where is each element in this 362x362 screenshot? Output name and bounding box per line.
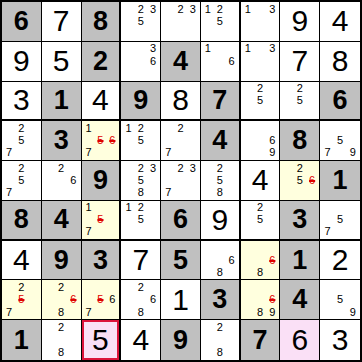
solved-digit: 4 (13, 245, 30, 275)
candidate-grid: 25 (281, 83, 318, 119)
candidate-mark: 5 (214, 174, 226, 186)
candidate-grid: 125 (202, 3, 238, 40)
candidate-mark: 7 (3, 187, 15, 199)
candidate-mark: 3 (187, 3, 199, 15)
empty-candidate-slot (202, 187, 214, 199)
sudoku-cell-r8c3[interactable]: 567 (82, 280, 122, 320)
sudoku-cell-r3c3[interactable]: 4 (82, 82, 122, 122)
empty-candidate-slot (214, 242, 226, 254)
sudoku-cell-r1c4[interactable]: 235 (121, 2, 161, 42)
candidate-mark: 5 (334, 214, 347, 226)
given-digit: 2 (93, 48, 108, 75)
candidate-mark: 5 (135, 135, 147, 147)
sudoku-cell-r8c9[interactable]: 59 (320, 280, 360, 320)
sudoku-cell-r9c1[interactable]: 1 (2, 320, 42, 360)
empty-candidate-slot (242, 254, 254, 266)
empty-candidate-slot (266, 15, 278, 27)
sudoku-cell-r7c7[interactable]: 68 (241, 241, 281, 281)
empty-candidate-slot (147, 15, 159, 27)
candidate-grid: 257 (3, 162, 40, 199)
candidate-grid: 258 (202, 162, 238, 199)
sudoku-cell-r2c7[interactable]: 13 (241, 42, 281, 82)
empty-candidate-slot (226, 43, 238, 55)
sudoku-cell-r4c5[interactable]: 27 (161, 121, 201, 161)
sudoku-cell-r7c4[interactable]: 7 (121, 241, 161, 281)
candidate-mark: 1 (242, 3, 254, 15)
empty-candidate-slot (187, 147, 199, 159)
empty-candidate-slot (334, 226, 347, 238)
empty-candidate-slot (28, 306, 40, 318)
empty-candidate-slot (254, 43, 266, 55)
sudoku-cell-r2c9[interactable]: 8 (320, 42, 360, 82)
empty-candidate-slot (15, 306, 27, 318)
empty-candidate-slot (28, 294, 40, 306)
empty-candidate-slot (266, 281, 278, 293)
sudoku-cell-r2c4[interactable]: 36 (121, 42, 161, 82)
empty-candidate-slot (202, 321, 214, 334)
sudoku-cell-r5c9[interactable]: 1 (320, 161, 360, 201)
empty-candidate-slot (43, 281, 55, 293)
candidate-grid: 57 (321, 202, 359, 238)
given-digit: 5 (173, 247, 188, 274)
candidate-mark: 5 (254, 94, 266, 106)
empty-candidate-slot (187, 174, 199, 186)
candidate-mark: 9 (266, 147, 278, 159)
empty-candidate-slot (214, 55, 226, 67)
eliminated-candidate-mark: 5 (94, 135, 106, 147)
eliminated-candidate-mark: 6 (306, 174, 318, 186)
empty-candidate-slot (254, 122, 266, 134)
empty-candidate-slot (28, 162, 40, 174)
sudoku-cell-r9c4[interactable]: 4 (121, 320, 161, 360)
empty-candidate-slot (254, 147, 266, 159)
empty-candidate-slot (306, 187, 318, 199)
empty-candidate-slot (254, 294, 266, 306)
empty-candidate-slot (28, 187, 40, 199)
sudoku-cell-r9c9[interactable]: 3 (320, 320, 360, 360)
empty-candidate-slot (122, 15, 134, 27)
candidate-grid: 157 (83, 202, 119, 238)
sudoku-cell-r1c1[interactable]: 6 (2, 2, 42, 42)
candidate-grid: 257 (3, 281, 40, 318)
empty-candidate-slot (135, 55, 147, 67)
given-digit: 3 (292, 206, 307, 233)
empty-candidate-slot (147, 122, 159, 134)
sudoku-cell-r7c2[interactable]: 9 (42, 241, 82, 281)
candidate-mark: 6 (226, 254, 238, 266)
candidate-mark: 2 (174, 3, 186, 15)
empty-candidate-slot (226, 67, 238, 79)
candidate-mark: 2 (135, 281, 147, 293)
eliminated-candidate-mark: 5 (94, 214, 106, 226)
candidate-mark: 2 (135, 122, 147, 134)
candidate-mark: 2 (174, 162, 186, 174)
eliminated-candidate-mark: 5 (15, 294, 27, 306)
empty-candidate-slot (321, 122, 334, 134)
sudoku-cell-r7c1[interactable]: 4 (2, 241, 42, 281)
empty-candidate-slot (202, 334, 214, 347)
sudoku-cell-r1c8[interactable]: 9 (280, 2, 320, 42)
sudoku-cell-r9c7[interactable]: 7 (241, 320, 281, 360)
candidate-mark: 1 (242, 43, 254, 55)
given-digit: 4 (173, 48, 188, 75)
solved-digit: 4 (332, 6, 349, 36)
candidate-mark: 2 (55, 321, 67, 334)
eliminated-candidate-mark: 5 (94, 294, 106, 306)
empty-candidate-slot (346, 281, 359, 293)
sudoku-cell-r2c5[interactable]: 4 (161, 42, 201, 82)
empty-candidate-slot (202, 266, 214, 278)
empty-candidate-slot (106, 226, 118, 238)
given-digit: 3 (54, 127, 69, 154)
candidate-mark: 3 (147, 162, 159, 174)
empty-candidate-slot (202, 67, 214, 79)
given-digit: 9 (173, 327, 188, 354)
given-digit: 6 (173, 206, 188, 233)
given-digit: 9 (93, 167, 108, 194)
candidate-grid: 68 (202, 242, 238, 279)
empty-candidate-slot (94, 147, 106, 159)
sudoku-cell-r7c3[interactable]: 3 (82, 241, 122, 281)
empty-candidate-slot (254, 55, 266, 67)
candidate-mark: 2 (174, 122, 186, 134)
empty-candidate-slot (3, 162, 15, 174)
sudoku-cell-r4c8[interactable]: 8 (280, 121, 320, 161)
empty-candidate-slot (321, 294, 334, 306)
empty-candidate-slot (122, 43, 134, 55)
candidate-grid: 69 (242, 122, 279, 159)
empty-candidate-slot (162, 122, 174, 134)
candidate-mark: 5 (15, 135, 27, 147)
empty-candidate-slot (214, 43, 226, 55)
candidate-mark: 8 (214, 346, 226, 359)
given-digit: 1 (54, 87, 69, 114)
sudoku-cell-r3c5[interactable]: 8 (161, 82, 201, 122)
sudoku-cell-r6c3[interactable]: 157 (82, 201, 122, 241)
empty-candidate-slot (43, 187, 55, 199)
sudoku-cell-r9c3[interactable]: 5 (82, 320, 122, 360)
empty-candidate-slot (242, 226, 254, 238)
candidate-mark: 5 (334, 135, 347, 147)
given-digit: 6 (333, 87, 348, 114)
sudoku-cell-r8c7[interactable]: 689 (241, 280, 281, 320)
candidate-mark: 8 (214, 266, 226, 278)
empty-candidate-slot (28, 174, 40, 186)
given-digit: 1 (292, 247, 307, 274)
candidate-mark: 5 (334, 294, 347, 306)
empty-candidate-slot (83, 281, 95, 293)
candidate-mark: 8 (214, 187, 226, 199)
sudoku-cell-r6c9[interactable]: 57 (320, 201, 360, 241)
empty-candidate-slot (122, 162, 134, 174)
candidate-mark: 2 (55, 162, 67, 174)
given-digit: 8 (14, 206, 29, 233)
sudoku-cell-r3c4[interactable]: 9 (121, 82, 161, 122)
empty-candidate-slot (147, 174, 159, 186)
solved-digit: 9 (13, 46, 30, 76)
candidate-mark: 9 (346, 306, 359, 318)
sudoku-cell-r2c1[interactable]: 9 (2, 42, 42, 82)
candidate-mark: 5 (135, 15, 147, 27)
candidate-grid: 567 (83, 281, 119, 318)
solved-digit: 7 (53, 6, 70, 36)
sudoku-cell-r5c3[interactable]: 9 (82, 161, 122, 201)
empty-candidate-slot (266, 83, 278, 95)
given-digit: 4 (54, 206, 69, 233)
solved-digit: 8 (172, 85, 189, 115)
empty-candidate-slot (334, 281, 347, 293)
empty-candidate-slot (346, 226, 359, 238)
empty-candidate-slot (266, 214, 278, 226)
sudoku-cell-r9c2[interactable]: 28 (42, 320, 82, 360)
empty-candidate-slot (28, 135, 40, 147)
sudoku-cell-r8c4[interactable]: 268 (121, 280, 161, 320)
candidate-mark: 2 (294, 83, 306, 95)
sudoku-cell-r1c6[interactable]: 125 (201, 2, 241, 42)
empty-candidate-slot (147, 147, 159, 159)
empty-candidate-slot (266, 106, 278, 118)
solved-digit: 9 (211, 205, 228, 235)
candidate-mark: 7 (3, 147, 15, 159)
candidate-mark: 3 (266, 43, 278, 55)
sudoku-cell-r5c7[interactable]: 4 (241, 161, 281, 201)
empty-candidate-slot (254, 281, 266, 293)
sudoku-cell-r1c5[interactable]: 23 (161, 2, 201, 42)
empty-candidate-slot (242, 83, 254, 95)
empty-candidate-slot (346, 202, 359, 214)
empty-candidate-slot (254, 15, 266, 27)
sudoku-cell-r2c3[interactable]: 2 (82, 42, 122, 82)
eliminated-candidate-mark: 6 (266, 254, 278, 266)
empty-candidate-slot (214, 67, 226, 79)
candidate-mark: 8 (254, 266, 266, 278)
empty-candidate-slot (306, 83, 318, 95)
empty-candidate-slot (242, 67, 254, 79)
empty-candidate-slot (147, 28, 159, 40)
sudoku-cell-r4c3[interactable]: 1567 (82, 121, 122, 161)
sudoku-cell-r5c4[interactable]: 2358 (121, 161, 161, 201)
empty-candidate-slot (3, 174, 15, 186)
empty-candidate-slot (67, 187, 79, 199)
candidate-grid: 1567 (83, 122, 119, 159)
sudoku-cell-r5c6[interactable]: 258 (201, 161, 241, 201)
empty-candidate-slot (242, 281, 254, 293)
sudoku-cell-r6c5[interactable]: 6 (161, 201, 201, 241)
sudoku-cell-r7c6[interactable]: 68 (201, 241, 241, 281)
empty-candidate-slot (187, 122, 199, 134)
sudoku-cell-r4c6[interactable]: 4 (201, 121, 241, 161)
sudoku-cell-r4c9[interactable]: 579 (320, 121, 360, 161)
candidate-grid: 579 (321, 122, 359, 159)
empty-candidate-slot (294, 187, 306, 199)
empty-candidate-slot (106, 147, 118, 159)
empty-candidate-slot (266, 67, 278, 79)
sudoku-cell-r1c9[interactable]: 4 (320, 2, 360, 42)
sudoku-cell-r6c2[interactable]: 4 (42, 201, 82, 241)
empty-candidate-slot (187, 135, 199, 147)
empty-candidate-slot (187, 187, 199, 199)
empty-candidate-slot (242, 122, 254, 134)
solved-digit: 5 (53, 46, 70, 76)
empty-candidate-slot (202, 254, 214, 266)
empty-candidate-slot (147, 214, 159, 226)
candidate-mark: 5 (135, 214, 147, 226)
sudoku-cell-r3c2[interactable]: 1 (42, 82, 82, 122)
sudoku-cell-r2c2[interactable]: 5 (42, 42, 82, 82)
sudoku-cell-r4c2[interactable]: 3 (42, 121, 82, 161)
empty-candidate-slot (242, 106, 254, 118)
empty-candidate-slot (135, 28, 147, 40)
empty-candidate-slot (226, 3, 238, 15)
sudoku-cell-r9c6[interactable]: 28 (201, 320, 241, 360)
empty-candidate-slot (306, 94, 318, 106)
empty-candidate-slot (122, 306, 134, 318)
empty-candidate-slot (162, 162, 174, 174)
sudoku-cell-r5c2[interactable]: 26 (42, 161, 82, 201)
sudoku-cell-r5c8[interactable]: 256 (280, 161, 320, 201)
sudoku-cell-r6c4[interactable]: 125 (121, 201, 161, 241)
sudoku-cell-r9c8[interactable]: 6 (280, 320, 320, 360)
candidate-grid: 25 (242, 83, 279, 119)
candidate-grid: 237 (162, 162, 199, 199)
candidate-grid: 23 (162, 3, 199, 40)
candidate-mark: 1 (83, 202, 95, 214)
given-digit: 4 (292, 286, 307, 313)
empty-candidate-slot (334, 122, 347, 134)
empty-candidate-slot (135, 294, 147, 306)
candidate-mark: 6 (147, 294, 159, 306)
given-digit: 1 (333, 167, 348, 194)
empty-candidate-slot (174, 15, 186, 27)
empty-candidate-slot (334, 147, 347, 159)
solved-digit: 1 (172, 285, 189, 315)
candidate-mark: 2 (214, 162, 226, 174)
sudoku-cell-r3c9[interactable]: 6 (320, 82, 360, 122)
sudoku-cell-r5c1[interactable]: 257 (2, 161, 42, 201)
empty-candidate-slot (226, 15, 238, 27)
empty-candidate-slot (334, 306, 347, 318)
empty-candidate-slot (242, 28, 254, 40)
sudoku-cell-r1c2[interactable]: 7 (42, 2, 82, 42)
empty-candidate-slot (202, 162, 214, 174)
candidate-mark: 8 (135, 306, 147, 318)
sudoku-cell-r1c7[interactable]: 13 (241, 2, 281, 42)
sudoku-cell-r8c8[interactable]: 4 (280, 280, 320, 320)
candidate-mark: 7 (3, 306, 15, 318)
empty-candidate-slot (242, 266, 254, 278)
candidate-grid: 13 (242, 3, 279, 40)
candidate-grid: 13 (242, 43, 279, 80)
empty-candidate-slot (3, 294, 15, 306)
sudoku-cell-r5c5[interactable]: 237 (161, 161, 201, 201)
candidate-grid: 125 (122, 202, 159, 238)
sudoku-cell-r4c1[interactable]: 257 (2, 121, 42, 161)
sudoku-cell-r7c8[interactable]: 1 (280, 241, 320, 281)
candidate-grid: 27 (162, 122, 199, 159)
sudoku-cell-r2c8[interactable]: 7 (280, 42, 320, 82)
candidate-mark: 1 (202, 43, 214, 55)
empty-candidate-slot (43, 294, 55, 306)
empty-candidate-slot (242, 147, 254, 159)
sudoku-cell-r8c1[interactable]: 257 (2, 280, 42, 320)
candidate-mark: 6 (106, 294, 118, 306)
empty-candidate-slot (3, 135, 15, 147)
empty-candidate-slot (266, 94, 278, 106)
sudoku-cell-r3c7[interactable]: 25 (241, 82, 281, 122)
sudoku-cell-r6c8[interactable]: 3 (280, 201, 320, 241)
sudoku-cell-r6c7[interactable]: 25 (241, 201, 281, 241)
empty-candidate-slot (281, 106, 293, 118)
empty-candidate-slot (254, 254, 266, 266)
sudoku-cell-r6c1[interactable]: 8 (2, 201, 42, 241)
candidate-mark: 7 (162, 187, 174, 199)
sudoku-cell-r2c6[interactable]: 16 (201, 42, 241, 82)
sudoku-cell-r7c5[interactable]: 5 (161, 241, 201, 281)
candidate-mark: 1 (122, 202, 134, 214)
empty-candidate-slot (94, 226, 106, 238)
empty-candidate-slot (67, 321, 79, 334)
empty-candidate-slot (28, 281, 40, 293)
sudoku-cell-r4c7[interactable]: 69 (241, 121, 281, 161)
sudoku-cell-r8c2[interactable]: 268 (42, 280, 82, 320)
eliminated-candidate-mark: 6 (106, 135, 118, 147)
sudoku-cell-r8c6[interactable]: 3 (201, 280, 241, 320)
candidate-mark: 2 (254, 202, 266, 214)
candidate-mark: 2 (15, 162, 27, 174)
empty-candidate-slot (346, 135, 359, 147)
empty-candidate-slot (254, 226, 266, 238)
empty-candidate-slot (67, 162, 79, 174)
sudoku-cell-r7c9[interactable]: 2 (320, 241, 360, 281)
candidate-mark: 2 (135, 3, 147, 15)
candidate-mark: 2 (135, 202, 147, 214)
candidate-mark: 3 (147, 43, 159, 55)
sudoku-cell-r3c8[interactable]: 25 (280, 82, 320, 122)
candidate-grid: 268 (43, 281, 80, 318)
empty-candidate-slot (55, 334, 67, 347)
sudoku-cell-r3c6[interactable]: 7 (201, 82, 241, 122)
eliminated-candidate-mark: 6 (266, 294, 278, 306)
candidate-grid: 268 (122, 281, 159, 318)
empty-candidate-slot (242, 15, 254, 27)
candidate-grid: 125 (122, 122, 159, 159)
empty-candidate-slot (3, 122, 15, 134)
given-digit: 6 (14, 8, 29, 35)
empty-candidate-slot (226, 187, 238, 199)
candidate-mark: 3 (187, 162, 199, 174)
candidate-grid: 16 (202, 43, 238, 80)
empty-candidate-slot (321, 135, 334, 147)
candidate-grid: 25 (242, 202, 279, 238)
candidate-mark: 8 (55, 346, 67, 359)
empty-candidate-slot (226, 28, 238, 40)
sudoku-cell-r6c6[interactable]: 9 (201, 201, 241, 241)
sudoku-cell-r1c3[interactable]: 8 (82, 2, 122, 42)
empty-candidate-slot (135, 67, 147, 79)
empty-candidate-slot (266, 266, 278, 278)
sudoku-cell-r8c5[interactable]: 1 (161, 280, 201, 320)
sudoku-cell-r4c4[interactable]: 125 (121, 121, 161, 161)
candidate-mark: 2 (55, 281, 67, 293)
sudoku-cell-r9c5[interactable]: 9 (161, 320, 201, 360)
empty-candidate-slot (242, 202, 254, 214)
empty-candidate-slot (254, 67, 266, 79)
empty-candidate-slot (226, 346, 238, 359)
solved-digit: 7 (291, 46, 308, 76)
given-digit: 1 (14, 327, 29, 354)
empty-candidate-slot (122, 281, 134, 293)
sudoku-cell-r3c1[interactable]: 3 (2, 82, 42, 122)
